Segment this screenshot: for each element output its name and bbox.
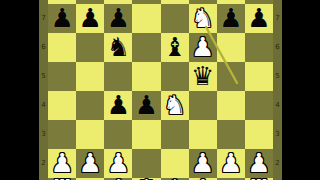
square-f5[interactable]: ♛: [189, 62, 217, 91]
square-c3[interactable]: [104, 120, 132, 149]
rank-label-3: 3: [273, 120, 282, 149]
black-knight-c6[interactable]: ♞: [104, 33, 132, 62]
square-d6[interactable]: [132, 33, 160, 62]
square-a6[interactable]: [48, 33, 76, 62]
white-king-e1[interactable]: ♚: [161, 175, 189, 180]
rank-coordinates-right: 87654321: [273, 0, 282, 180]
square-f6[interactable]: ♟: [189, 33, 217, 62]
white-bishop-c1[interactable]: ♝: [104, 175, 132, 180]
square-a5[interactable]: [48, 62, 76, 91]
rank-label-5: 5: [39, 62, 48, 91]
square-h1[interactable]: ♜: [245, 178, 273, 180]
square-d1[interactable]: ♛: [132, 178, 160, 180]
square-d4[interactable]: ♟: [132, 91, 160, 120]
white-knight-e4[interactable]: ♞: [161, 91, 189, 120]
square-h5[interactable]: [245, 62, 273, 91]
square-e5[interactable]: [161, 62, 189, 91]
white-rook-h1[interactable]: ♜: [245, 175, 273, 180]
square-g7[interactable]: ♟: [217, 4, 245, 33]
square-a7[interactable]: ♟: [48, 4, 76, 33]
rank-coordinates-left: 87654321: [39, 0, 48, 180]
white-pawn-g2[interactable]: ♟: [217, 149, 245, 178]
white-bishop-f1[interactable]: ♝: [189, 175, 217, 180]
square-b2[interactable]: ♟: [76, 149, 104, 178]
square-f3[interactable]: [189, 120, 217, 149]
rank-label-1: 1: [39, 178, 48, 180]
white-queen-d1[interactable]: ♛: [132, 175, 160, 180]
black-pawn-h7[interactable]: ♟: [245, 4, 273, 33]
video-frame: 87654321 ♜♚♝♜♟♟♟♞♟♟♞♝♟♛♟♟♞♟♟♟♟♟♟♜♝♛♚♝♜ 8…: [0, 0, 320, 180]
square-b5[interactable]: [76, 62, 104, 91]
square-g5[interactable]: [217, 62, 245, 91]
square-a1[interactable]: ♜: [48, 178, 76, 180]
square-g6[interactable]: [217, 33, 245, 62]
square-f4[interactable]: [189, 91, 217, 120]
rank-label-1: 1: [273, 178, 282, 180]
black-pawn-b7[interactable]: ♟: [76, 4, 104, 33]
square-c1[interactable]: ♝: [104, 178, 132, 180]
white-pawn-f6[interactable]: ♟: [189, 33, 217, 62]
black-pawn-c4[interactable]: ♟: [104, 91, 132, 120]
square-a4[interactable]: [48, 91, 76, 120]
square-d3[interactable]: [132, 120, 160, 149]
square-g1[interactable]: [217, 178, 245, 180]
square-e3[interactable]: [161, 120, 189, 149]
rank-label-7: 7: [273, 4, 282, 33]
square-d5[interactable]: [132, 62, 160, 91]
square-f1[interactable]: ♝: [189, 178, 217, 180]
square-b6[interactable]: [76, 33, 104, 62]
rank-label-5: 5: [273, 62, 282, 91]
square-g4[interactable]: [217, 91, 245, 120]
square-a3[interactable]: [48, 120, 76, 149]
rank-label-4: 4: [273, 91, 282, 120]
square-d7[interactable]: [132, 4, 160, 33]
square-c4[interactable]: ♟: [104, 91, 132, 120]
white-pawn-b2[interactable]: ♟: [76, 149, 104, 178]
square-e4[interactable]: ♞: [161, 91, 189, 120]
square-c5[interactable]: [104, 62, 132, 91]
square-h6[interactable]: [245, 33, 273, 62]
black-bishop-e6[interactable]: ♝: [161, 33, 189, 62]
black-pawn-d4[interactable]: ♟: [132, 91, 160, 120]
rank-label-2: 2: [39, 149, 48, 178]
rank-label-2: 2: [273, 149, 282, 178]
square-b7[interactable]: ♟: [76, 4, 104, 33]
square-b4[interactable]: [76, 91, 104, 120]
white-rook-a1[interactable]: ♜: [48, 175, 76, 180]
rank-label-6: 6: [273, 33, 282, 62]
board-grid: ♜♚♝♜♟♟♟♞♟♟♞♝♟♛♟♟♞♟♟♟♟♟♟♜♝♛♚♝♜: [48, 0, 273, 180]
chess-board: 87654321 ♜♚♝♜♟♟♟♞♟♟♞♝♟♛♟♟♞♟♟♟♟♟♟♜♝♛♚♝♜ 8…: [39, 0, 282, 180]
rank-label-4: 4: [39, 91, 48, 120]
rank-label-3: 3: [39, 120, 48, 149]
square-h4[interactable]: [245, 91, 273, 120]
black-pawn-c7[interactable]: ♟: [104, 4, 132, 33]
rank-label-6: 6: [39, 33, 48, 62]
square-h3[interactable]: [245, 120, 273, 149]
black-pawn-g7[interactable]: ♟: [217, 4, 245, 33]
square-c6[interactable]: ♞: [104, 33, 132, 62]
square-g3[interactable]: [217, 120, 245, 149]
rank-label-7: 7: [39, 4, 48, 33]
black-pawn-a7[interactable]: ♟: [48, 4, 76, 33]
square-b3[interactable]: [76, 120, 104, 149]
square-g2[interactable]: ♟: [217, 149, 245, 178]
square-e1[interactable]: ♚: [161, 178, 189, 180]
black-queen-f5[interactable]: ♛: [189, 62, 217, 91]
square-e6[interactable]: ♝: [161, 33, 189, 62]
square-e7[interactable]: [161, 4, 189, 33]
square-h7[interactable]: ♟: [245, 4, 273, 33]
square-b1[interactable]: [76, 178, 104, 180]
square-f7[interactable]: ♞: [189, 4, 217, 33]
square-c7[interactable]: ♟: [104, 4, 132, 33]
white-knight-f7[interactable]: ♞: [189, 4, 217, 33]
